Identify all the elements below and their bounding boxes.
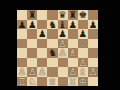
- square-b8[interactable]: ♜: [27, 10, 37, 20]
- square-e1[interactable]: [58, 77, 68, 87]
- piece-white-rook: ♖: [18, 77, 27, 86]
- square-a5[interactable]: [17, 39, 27, 49]
- piece-black-pawn: ♟: [28, 20, 37, 29]
- square-d7[interactable]: ♞: [47, 20, 57, 30]
- piece-black-knight: ♞: [48, 20, 57, 29]
- square-b1[interactable]: ♘: [27, 77, 37, 87]
- square-f8[interactable]: ♜: [68, 10, 78, 20]
- piece-white-bishop: ♗: [68, 48, 77, 57]
- chess-board: ♜♛♜♚♟♟♞♝♟♟♟♟♟♙♘♞♙♗♙♙♙♙♙♗♙♖♘♕♖♔: [17, 10, 98, 86]
- square-g7[interactable]: [78, 20, 88, 30]
- piece-white-bishop: ♗: [79, 67, 88, 76]
- square-f7[interactable]: ♟: [68, 20, 78, 30]
- square-d4[interactable]: ♞: [47, 48, 57, 58]
- square-f5[interactable]: [68, 39, 78, 49]
- square-g2[interactable]: ♗: [78, 67, 88, 77]
- piece-black-pawn: ♟: [68, 20, 77, 29]
- square-a4[interactable]: [17, 48, 27, 58]
- piece-black-pawn: ♟: [79, 29, 88, 38]
- square-g1[interactable]: ♔: [78, 77, 88, 87]
- square-c5[interactable]: [37, 39, 47, 49]
- square-d5[interactable]: [47, 39, 57, 49]
- piece-white-pawn: ♙: [38, 67, 47, 76]
- piece-black-queen: ♛: [58, 10, 67, 19]
- piece-black-rook: ♜: [68, 10, 77, 19]
- square-e2[interactable]: [58, 67, 68, 77]
- piece-white-queen: ♕: [48, 77, 57, 86]
- square-e4[interactable]: ♙: [58, 48, 68, 58]
- square-a1[interactable]: ♖: [17, 77, 27, 87]
- square-f1[interactable]: ♖: [68, 77, 78, 87]
- piece-white-king: ♔: [79, 77, 88, 86]
- square-g8[interactable]: ♚: [78, 10, 88, 20]
- piece-white-rook: ♖: [68, 77, 77, 86]
- square-c3[interactable]: [37, 58, 47, 68]
- square-a7[interactable]: ♟: [17, 20, 27, 30]
- square-e6[interactable]: ♟: [58, 29, 68, 39]
- piece-black-pawn: ♟: [89, 20, 98, 29]
- square-e8[interactable]: ♛: [58, 10, 68, 20]
- square-b3[interactable]: [27, 58, 37, 68]
- square-c8[interactable]: [37, 10, 47, 20]
- square-d3[interactable]: [47, 58, 57, 68]
- square-f3[interactable]: [68, 58, 78, 68]
- square-e3[interactable]: [58, 58, 68, 68]
- square-d2[interactable]: [47, 67, 57, 77]
- square-d6[interactable]: [47, 29, 57, 39]
- square-f2[interactable]: ♙: [68, 67, 78, 77]
- square-b5[interactable]: [27, 39, 37, 49]
- piece-white-pawn: ♙: [28, 67, 37, 76]
- square-b4[interactable]: [27, 48, 37, 58]
- square-f4[interactable]: ♗: [68, 48, 78, 58]
- letterbox-background: ♜♛♜♚♟♟♞♝♟♟♟♟♟♙♘♞♙♗♙♙♙♙♙♗♙♖♘♕♖♔: [0, 0, 120, 90]
- piece-white-pawn: ♙: [79, 58, 88, 67]
- square-h8[interactable]: [88, 10, 98, 20]
- piece-white-pawn: ♙: [18, 67, 27, 76]
- piece-black-pawn: ♟: [18, 20, 27, 29]
- square-a8[interactable]: [17, 10, 27, 20]
- square-a2[interactable]: ♙: [17, 67, 27, 77]
- square-h3[interactable]: [88, 58, 98, 68]
- square-d8[interactable]: [47, 10, 57, 20]
- piece-black-pawn: ♟: [38, 29, 47, 38]
- square-d1[interactable]: ♕: [47, 77, 57, 87]
- square-h7[interactable]: ♟: [88, 20, 98, 30]
- piece-white-pawn: ♙: [89, 67, 98, 76]
- square-h4[interactable]: [88, 48, 98, 58]
- square-h6[interactable]: [88, 29, 98, 39]
- piece-white-knight: ♘: [79, 39, 88, 48]
- square-f6[interactable]: [68, 29, 78, 39]
- square-h1[interactable]: [88, 77, 98, 87]
- square-c2[interactable]: ♙: [37, 67, 47, 77]
- square-a6[interactable]: [17, 29, 27, 39]
- square-c1[interactable]: [37, 77, 47, 87]
- square-c7[interactable]: [37, 20, 47, 30]
- square-e5[interactable]: ♙: [58, 39, 68, 49]
- square-h2[interactable]: ♙: [88, 67, 98, 77]
- piece-black-bishop: ♝: [58, 20, 67, 29]
- square-g3[interactable]: ♙: [78, 58, 88, 68]
- square-g5[interactable]: ♘: [78, 39, 88, 49]
- piece-black-king: ♚: [79, 10, 88, 19]
- piece-white-pawn: ♙: [58, 48, 67, 57]
- square-g6[interactable]: ♟: [78, 29, 88, 39]
- square-h5[interactable]: [88, 39, 98, 49]
- square-c6[interactable]: ♟: [37, 29, 47, 39]
- square-b2[interactable]: ♙: [27, 67, 37, 77]
- square-e7[interactable]: ♝: [58, 20, 68, 30]
- piece-white-pawn: ♙: [68, 67, 77, 76]
- piece-black-pawn: ♟: [58, 29, 67, 38]
- piece-white-knight: ♘: [28, 77, 37, 86]
- piece-white-pawn: ♙: [58, 39, 67, 48]
- piece-black-knight: ♞: [48, 48, 57, 57]
- square-b7[interactable]: ♟: [27, 20, 37, 30]
- square-b6[interactable]: [27, 29, 37, 39]
- square-c4[interactable]: [37, 48, 47, 58]
- piece-black-rook: ♜: [28, 10, 37, 19]
- square-g4[interactable]: [78, 48, 88, 58]
- square-a3[interactable]: [17, 58, 27, 68]
